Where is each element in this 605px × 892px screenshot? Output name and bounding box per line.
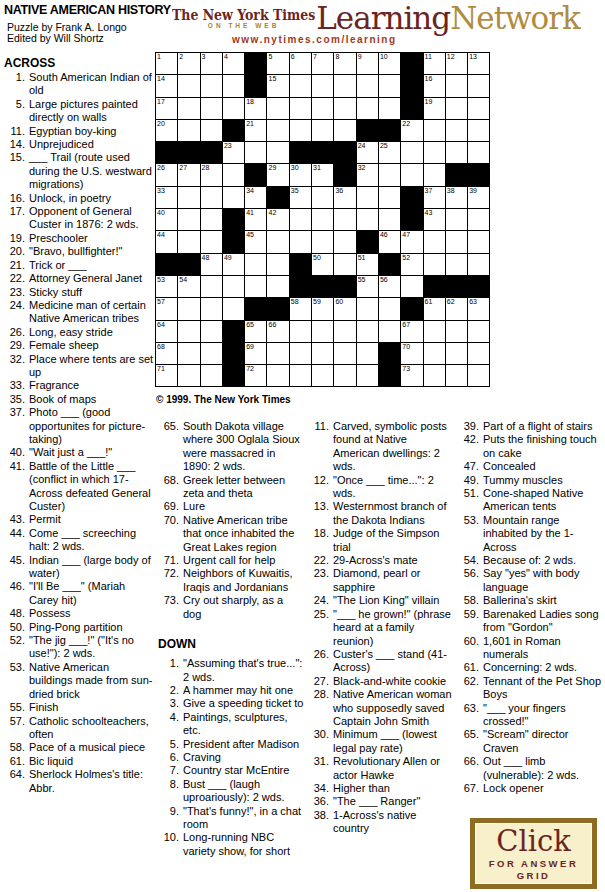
grid-cell[interactable]: 48 — [201, 254, 223, 276]
grid-cell[interactable]: 55 — [357, 276, 379, 298]
clue-across-61: 61.Bic liquid — [4, 755, 154, 768]
clue-text: "Bravo, bullfighter!" — [29, 245, 154, 258]
grid-cell[interactable]: 66 — [267, 321, 289, 343]
clue-down-39: 39.Part of a flight of stairs — [458, 420, 604, 433]
grid-cell[interactable]: 57 — [156, 298, 178, 320]
grid-cell[interactable] — [424, 164, 446, 186]
black-cell — [379, 365, 401, 387]
clue-across-72: 72.Neighbors of Kuwaitis, Iraqis and Jor… — [158, 567, 304, 594]
clue-down-62: 62.Tennant of the Pet Shop Boys — [458, 675, 604, 702]
grid-cell[interactable] — [424, 343, 446, 365]
grid-cell[interactable] — [334, 209, 356, 231]
clue-text: "The ___ Ranger" — [333, 795, 454, 808]
clue-number: 53. — [458, 514, 483, 554]
grid-cell[interactable] — [379, 209, 401, 231]
grid-cell[interactable] — [424, 321, 446, 343]
black-cell — [312, 276, 334, 298]
grid-cell[interactable] — [379, 321, 401, 343]
black-cell — [223, 365, 245, 387]
clue-down-47: 47.Concealed — [458, 460, 604, 473]
grid-cell[interactable]: 26 — [156, 164, 178, 186]
grid-cell[interactable]: 43 — [424, 209, 446, 231]
cell-number: 70 — [402, 343, 410, 351]
clue-across-68: 68.Greek letter between zeta and theta — [158, 474, 304, 501]
grid-cell[interactable] — [379, 187, 401, 209]
grid-cell[interactable]: 47 — [401, 231, 423, 253]
grid-cell[interactable] — [424, 365, 446, 387]
clue-text: "I'll Be ___" (Mariah Carey hit) — [29, 580, 154, 607]
clue-number: 38. — [308, 809, 333, 836]
black-cell — [245, 164, 267, 186]
grid-cell[interactable]: 15 — [267, 75, 289, 97]
grid-cell[interactable]: 10 — [379, 53, 401, 75]
grid-cell[interactable]: 16 — [424, 75, 446, 97]
clue-number: 46. — [4, 580, 29, 607]
grid-cell[interactable] — [312, 120, 334, 142]
grid-cell[interactable]: 59 — [312, 298, 334, 320]
grid-cell[interactable] — [290, 120, 312, 142]
grid-cell[interactable] — [223, 276, 245, 298]
clue-across-33: 33.Fragrance — [4, 379, 154, 392]
grid-cell[interactable]: 68 — [156, 343, 178, 365]
grid-cell[interactable]: 18 — [245, 98, 267, 120]
grid-cell[interactable] — [267, 276, 289, 298]
clue-text: Black-and-white cookie — [333, 675, 454, 688]
grid-cell[interactable]: 70 — [401, 343, 423, 365]
grid-cell[interactable]: 20 — [156, 120, 178, 142]
clue-number: 4. — [158, 711, 183, 738]
grid-cell[interactable] — [357, 187, 379, 209]
grid-cell[interactable]: 35 — [290, 187, 312, 209]
grid-cell[interactable] — [446, 254, 468, 276]
grid-cell[interactable]: 37 — [424, 187, 446, 209]
cell-number: 52 — [402, 254, 410, 262]
black-cell — [245, 298, 267, 320]
clue-number: 61. — [4, 755, 29, 768]
grid-cell[interactable] — [468, 321, 490, 343]
clue-across-40: 40."Wait just a ___!" — [4, 446, 154, 459]
black-cell — [223, 120, 245, 142]
copyright-line: © 1999. The New York Times — [156, 394, 291, 405]
clue-across-22: 22.Attorney General Janet — [4, 272, 154, 285]
clue-number: 33. — [4, 379, 29, 392]
grid-cell[interactable] — [334, 365, 356, 387]
grid-cell[interactable] — [357, 365, 379, 387]
grid-cell[interactable] — [468, 231, 490, 253]
clue-text: Bust ___ (laugh uproariously): 2 wds. — [183, 778, 304, 805]
clue-number: 39. — [458, 420, 483, 433]
grid-cell[interactable]: 9 — [357, 53, 379, 75]
clue-number: 71. — [158, 554, 183, 567]
grid-cell[interactable]: 69 — [245, 343, 267, 365]
learning-network-logo[interactable]: The New York Times ON THE WEB Learning N… — [172, 3, 462, 45]
grid-cell[interactable] — [468, 365, 490, 387]
grid-cell[interactable]: 5 — [267, 53, 289, 75]
grid-cell[interactable]: 28 — [201, 164, 223, 186]
clue-number: 25. — [308, 608, 333, 648]
grid-cell[interactable] — [334, 231, 356, 253]
clue-number: 64. — [4, 768, 29, 795]
grid-cell[interactable] — [201, 209, 223, 231]
grid-cell[interactable]: 58 — [290, 298, 312, 320]
grid-cell[interactable] — [357, 321, 379, 343]
grid-cell[interactable]: 50 — [312, 254, 334, 276]
grid-cell[interactable]: 33 — [156, 187, 178, 209]
clue-text: "The jig ___!" ("It's no use!"): 2 wds. — [29, 634, 154, 661]
clue-across-15: 15.___ Trail (route used during the U.S.… — [4, 151, 154, 191]
grid-cell[interactable]: 40 — [156, 209, 178, 231]
grid-cell[interactable] — [446, 209, 468, 231]
clue-number: 8. — [158, 778, 183, 805]
grid-cell[interactable]: 23 — [223, 142, 245, 164]
grid-cell[interactable]: 54 — [178, 276, 200, 298]
clue-text: Greek letter between zeta and theta — [183, 474, 304, 501]
cell-number: 14 — [157, 75, 165, 83]
grid-cell[interactable] — [201, 231, 223, 253]
grid-cell[interactable] — [201, 187, 223, 209]
grid-cell[interactable] — [223, 75, 245, 97]
clue-text: Urgent call for help — [183, 554, 304, 567]
black-cell — [468, 164, 490, 186]
grid-cell[interactable] — [245, 142, 267, 164]
grid-cell[interactable] — [267, 142, 289, 164]
grid-cell[interactable]: 17 — [156, 98, 178, 120]
cell-number: 63 — [469, 298, 477, 306]
cell-number: 50 — [313, 254, 321, 262]
grid-cell[interactable] — [267, 365, 289, 387]
grid-cell[interactable] — [290, 98, 312, 120]
clue-text: Say "yes" with body language — [483, 567, 604, 594]
grid-cell[interactable]: 6 — [290, 53, 312, 75]
clue-number: 57. — [4, 715, 29, 742]
grid-cell[interactable] — [223, 98, 245, 120]
grid-cell[interactable] — [312, 321, 334, 343]
grid-cell[interactable]: 7 — [312, 53, 334, 75]
grid-cell[interactable] — [178, 120, 200, 142]
grid-cell[interactable]: 13 — [468, 53, 490, 75]
grid-cell[interactable]: 60 — [334, 298, 356, 320]
clue-across-37: 37.Photo ___ (good opportunites for pict… — [4, 406, 154, 446]
grid-cell[interactable]: 49 — [223, 254, 245, 276]
grid-cell[interactable] — [312, 187, 334, 209]
grid-cell[interactable] — [178, 343, 200, 365]
clue-text: Native American woman who supposedly sav… — [333, 688, 454, 728]
grid-cell[interactable] — [312, 231, 334, 253]
grid-cell[interactable] — [312, 75, 334, 97]
grid-cell[interactable] — [468, 120, 490, 142]
clue-across-55: 55.Finish — [4, 701, 154, 714]
grid-cell[interactable]: 29 — [267, 164, 289, 186]
grid-cell[interactable] — [357, 209, 379, 231]
grid-cell[interactable]: 41 — [245, 209, 267, 231]
cell-number: 60 — [335, 298, 343, 306]
grid-cell[interactable] — [201, 321, 223, 343]
grid-cell[interactable] — [357, 98, 379, 120]
clue-number: 58. — [458, 594, 483, 607]
grid-cell[interactable] — [401, 142, 423, 164]
cell-number: 61 — [425, 298, 433, 306]
grid-cell[interactable] — [334, 343, 356, 365]
cell-number: 8 — [335, 53, 339, 61]
crossword-grid[interactable]: 1234567891011121314151617181920212223242… — [155, 52, 490, 387]
grid-cell[interactable] — [201, 343, 223, 365]
grid-cell[interactable] — [334, 98, 356, 120]
grid-cell[interactable] — [379, 164, 401, 186]
grid-cell[interactable] — [290, 365, 312, 387]
grid-cell[interactable]: 30 — [290, 164, 312, 186]
grid-cell[interactable] — [178, 209, 200, 231]
grid-cell[interactable] — [401, 164, 423, 186]
grid-cell[interactable] — [290, 231, 312, 253]
clue-down-59: 59.Barenaked Ladies song from "Gordon" — [458, 608, 604, 635]
grid-cell[interactable] — [267, 343, 289, 365]
clue-number: 70. — [158, 514, 183, 554]
grid-cell[interactable] — [267, 120, 289, 142]
grid-cell[interactable] — [334, 120, 356, 142]
grid-cell[interactable] — [424, 231, 446, 253]
grid-cell[interactable] — [201, 365, 223, 387]
grid-cell[interactable] — [334, 75, 356, 97]
grid-cell[interactable] — [468, 142, 490, 164]
grid-cell[interactable]: 61 — [424, 298, 446, 320]
grid-cell[interactable] — [267, 231, 289, 253]
clue-number: 53. — [4, 661, 29, 701]
grid-cell[interactable]: 56 — [379, 276, 401, 298]
grid-cell[interactable] — [468, 98, 490, 120]
grid-cell[interactable]: 42 — [267, 209, 289, 231]
grid-cell[interactable]: 71 — [156, 365, 178, 387]
grid-cell[interactable]: 3 — [201, 53, 223, 75]
clue-down-10: 10.Long-running NBC variety show, for sh… — [158, 831, 304, 858]
cell-number: 34 — [246, 187, 254, 195]
grid-cell[interactable]: 19 — [424, 98, 446, 120]
grid-cell[interactable] — [334, 321, 356, 343]
grid-cell[interactable] — [424, 254, 446, 276]
grid-cell[interactable] — [178, 321, 200, 343]
grid-cell[interactable]: 11 — [424, 53, 446, 75]
clue-across-53: 53.Native American buildings made from s… — [4, 661, 154, 701]
grid-cell[interactable]: 67 — [401, 321, 423, 343]
grid-cell[interactable] — [357, 75, 379, 97]
grid-cell[interactable] — [178, 231, 200, 253]
grid-cell[interactable] — [245, 254, 267, 276]
grid-cell[interactable] — [446, 231, 468, 253]
grid-cell[interactable]: 8 — [334, 53, 356, 75]
grid-cell[interactable]: 2 — [178, 53, 200, 75]
grid-cell[interactable] — [223, 187, 245, 209]
grid-cell[interactable]: 24 — [357, 142, 379, 164]
grid-cell[interactable] — [312, 98, 334, 120]
black-cell — [178, 254, 200, 276]
grid-cell[interactable] — [178, 75, 200, 97]
grid-cell[interactable] — [201, 276, 223, 298]
grid-cell[interactable]: 27 — [178, 164, 200, 186]
grid-cell[interactable]: 51 — [357, 254, 379, 276]
grid-cell[interactable]: 4 — [223, 53, 245, 75]
clue-text: Revolutionary Allen or actor Hawke — [333, 755, 454, 782]
clue-across-46: 46."I'll Be ___" (Mariah Carey hit) — [4, 580, 154, 607]
clue-number: 61. — [458, 661, 483, 674]
grid-cell[interactable] — [178, 187, 200, 209]
grid-cell[interactable]: 34 — [245, 187, 267, 209]
grid-cell[interactable] — [312, 209, 334, 231]
cell-number: 30 — [291, 164, 299, 172]
clue-number: 44. — [4, 527, 29, 554]
grid-cell[interactable] — [357, 343, 379, 365]
clue-text: Concealed — [483, 460, 604, 473]
clue-down-1: 1."Assuming that's true...": 2 wds. — [158, 657, 304, 684]
grid-cell[interactable]: 62 — [446, 298, 468, 320]
grid-cell[interactable] — [201, 98, 223, 120]
grid-cell[interactable]: 65 — [245, 321, 267, 343]
clue-text: Bic liquid — [29, 755, 154, 768]
grid-cell[interactable] — [468, 75, 490, 97]
clue-text: Higher than — [333, 782, 454, 795]
clue-down-49: 49.Tummy muscles — [458, 474, 604, 487]
grid-cell[interactable]: 25 — [379, 142, 401, 164]
grid-cell[interactable] — [446, 321, 468, 343]
grid-cell[interactable] — [201, 120, 223, 142]
grid-cell[interactable] — [401, 276, 423, 298]
grid-cell[interactable] — [267, 98, 289, 120]
black-cell — [156, 254, 178, 276]
grid-cell[interactable] — [357, 298, 379, 320]
answer-grid-button[interactable]: Click FOR ANSWER GRID — [470, 818, 597, 889]
grid-cell[interactable] — [312, 343, 334, 365]
grid-cell[interactable] — [178, 98, 200, 120]
clue-across-52: 52."The jig ___!" ("It's no use!"): 2 wd… — [4, 634, 154, 661]
cell-number: 18 — [246, 98, 254, 106]
grid-cell[interactable]: 36 — [334, 187, 356, 209]
clue-text: Photo ___ (good opportunites for picture… — [29, 406, 154, 446]
grid-cell[interactable]: 44 — [156, 231, 178, 253]
grid-cell[interactable] — [245, 276, 267, 298]
clue-text: Trick or ___ — [29, 259, 154, 272]
grid-cell[interactable]: 21 — [245, 120, 267, 142]
grid-cell[interactable] — [379, 75, 401, 97]
grid-cell[interactable]: 52 — [401, 254, 423, 276]
grid-cell[interactable] — [223, 164, 245, 186]
grid-cell[interactable]: 1 — [156, 53, 178, 75]
grid-cell[interactable]: 72 — [245, 365, 267, 387]
grid-cell[interactable] — [379, 298, 401, 320]
grid-cell[interactable]: 39 — [468, 187, 490, 209]
clue-down-12: 12."Once ___ time...": 2 wds. — [308, 474, 454, 501]
cell-number: 39 — [469, 187, 477, 195]
clue-number: 37. — [4, 406, 29, 446]
clue-down-36: 36."The ___ Ranger" — [308, 795, 454, 808]
grid-cell[interactable] — [379, 98, 401, 120]
clue-text: Neighbors of Kuwaitis, Iraqis and Jordan… — [183, 567, 304, 594]
grid-cell[interactable]: 73 — [401, 365, 423, 387]
clue-number: 16. — [4, 192, 29, 205]
clue-number: 34. — [308, 782, 333, 795]
grid-cell[interactable] — [468, 343, 490, 365]
clue-text: Native American tribe that once inhabite… — [183, 514, 304, 554]
cell-number: 72 — [246, 365, 254, 373]
clue-number: 65. — [158, 420, 183, 474]
grid-cell[interactable] — [290, 209, 312, 231]
clue-text: A hammer may hit one — [183, 684, 304, 697]
cell-number: 45 — [246, 231, 254, 239]
black-cell — [178, 142, 200, 164]
grid-cell[interactable] — [267, 254, 289, 276]
grid-cell[interactable] — [290, 75, 312, 97]
clue-number: 47. — [458, 460, 483, 473]
cell-number: 58 — [291, 298, 299, 306]
grid-cell[interactable]: 22 — [401, 120, 423, 142]
clue-text: Preschooler — [29, 232, 154, 245]
grid-cell[interactable] — [178, 298, 200, 320]
grid-cell[interactable]: 45 — [245, 231, 267, 253]
grid-cell[interactable] — [424, 142, 446, 164]
grid-cell[interactable] — [446, 365, 468, 387]
grid-cell[interactable]: 46 — [379, 231, 401, 253]
grid-cell[interactable] — [424, 120, 446, 142]
clue-down-18: 18.Judge of the Simpson trial — [308, 527, 454, 554]
grid-cell[interactable]: 14 — [156, 75, 178, 97]
grid-cell[interactable]: 32 — [357, 164, 379, 186]
clue-number: 35. — [4, 393, 29, 406]
clue-across-73: 73.Cry out sharply, as a dog — [158, 594, 304, 621]
grid-cell[interactable] — [290, 343, 312, 365]
black-cell — [401, 187, 423, 209]
clue-number: 22. — [308, 554, 333, 567]
grid-cell[interactable]: 12 — [446, 53, 468, 75]
clue-text: Diamond, pearl or sapphire — [333, 567, 454, 594]
cell-number: 15 — [268, 75, 276, 83]
clue-down-7: 7.Country star McEntire — [158, 764, 304, 777]
cell-number: 71 — [157, 365, 165, 373]
clue-text: Country star McEntire — [183, 764, 304, 777]
clue-down-2: 2.A hammer may hit one — [158, 684, 304, 697]
cell-number: 68 — [157, 343, 165, 351]
grid-cell[interactable]: 63 — [468, 298, 490, 320]
grid-cell[interactable] — [468, 254, 490, 276]
grid-cell[interactable] — [312, 365, 334, 387]
grid-cell[interactable] — [446, 120, 468, 142]
grid-cell[interactable] — [334, 254, 356, 276]
nyt-masthead-block: The New York Times ON THE WEB — [172, 8, 315, 33]
grid-cell[interactable]: 31 — [312, 164, 334, 186]
grid-cell[interactable] — [201, 75, 223, 97]
black-cell — [290, 254, 312, 276]
clue-across-29: 29.Female sheep — [4, 339, 154, 352]
grid-cell[interactable]: 38 — [446, 187, 468, 209]
grid-cell[interactable] — [446, 75, 468, 97]
grid-cell[interactable] — [201, 298, 223, 320]
across-header: ACROSS — [4, 56, 55, 70]
grid-cell[interactable] — [446, 98, 468, 120]
grid-cell[interactable] — [223, 298, 245, 320]
cell-number: 48 — [202, 254, 210, 262]
grid-cell[interactable] — [446, 142, 468, 164]
grid-cell[interactable] — [178, 365, 200, 387]
grid-cell[interactable] — [290, 321, 312, 343]
black-cell — [468, 276, 490, 298]
grid-cell[interactable] — [446, 343, 468, 365]
black-cell — [334, 164, 356, 186]
clue-number: 59. — [458, 608, 483, 635]
clue-number: 41. — [4, 460, 29, 514]
cell-number: 13 — [469, 53, 477, 61]
clue-number: 19. — [4, 232, 29, 245]
grid-cell[interactable]: 53 — [156, 276, 178, 298]
clue-number: 2. — [158, 684, 183, 697]
black-cell — [334, 276, 356, 298]
grid-cell[interactable] — [468, 209, 490, 231]
grid-cell[interactable]: 64 — [156, 321, 178, 343]
